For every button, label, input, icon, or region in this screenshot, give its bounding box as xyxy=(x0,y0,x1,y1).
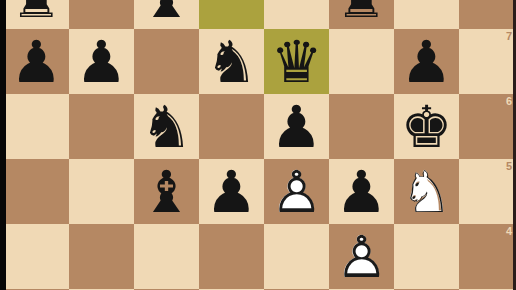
square-a7[interactable]: ♟ xyxy=(4,29,69,94)
black-bishop-c5[interactable]: ♝ xyxy=(134,159,199,224)
square-f7[interactable] xyxy=(329,29,394,94)
square-h6[interactable]: 6 xyxy=(459,94,516,159)
square-g6[interactable]: ♚ xyxy=(394,94,459,159)
square-g7[interactable]: ♟ xyxy=(394,29,459,94)
square-d8[interactable] xyxy=(199,0,264,29)
black-knight-c6[interactable]: ♞ xyxy=(134,94,199,159)
square-f4[interactable]: ♟♙ xyxy=(329,224,394,289)
square-h5[interactable]: 5 xyxy=(459,159,516,224)
square-b8[interactable] xyxy=(69,0,134,29)
square-a8[interactable]: ♜ xyxy=(4,0,69,29)
black-knight-glyph: ♞ xyxy=(199,29,264,94)
rank-label-5: 5 xyxy=(506,160,512,172)
square-g4[interactable] xyxy=(394,224,459,289)
chessboard[interactable]: ♜♝♜♟♟♞♛♟7♞♟♚6♝♟♟♙♟♞♘5♟♙4 xyxy=(4,0,516,290)
rank-label-4: 4 xyxy=(506,225,512,237)
black-pawn-d5[interactable]: ♟ xyxy=(199,159,264,224)
square-d4[interactable] xyxy=(199,224,264,289)
square-e7[interactable]: ♛ xyxy=(264,29,329,94)
black-bishop-c8[interactable]: ♝ xyxy=(134,0,199,29)
black-knight-d7[interactable]: ♞ xyxy=(199,29,264,94)
black-queen-e7[interactable]: ♛ xyxy=(264,29,329,94)
white-pawn-f4[interactable]: ♟♙ xyxy=(329,224,394,289)
black-pawn-a7[interactable]: ♟ xyxy=(4,29,69,94)
black-queen-glyph: ♛ xyxy=(264,29,329,94)
black-pawn-b7[interactable]: ♟ xyxy=(69,29,134,94)
square-d6[interactable] xyxy=(199,94,264,159)
square-c6[interactable]: ♞ xyxy=(134,94,199,159)
black-pawn-g7[interactable]: ♟ xyxy=(394,29,459,94)
black-rook-f8[interactable]: ♜ xyxy=(329,0,394,29)
black-bishop-glyph: ♝ xyxy=(134,0,199,29)
white-pawn-glyph-outline: ♙ xyxy=(264,159,329,224)
black-bishop-glyph: ♝ xyxy=(134,159,199,224)
black-pawn-e6[interactable]: ♟ xyxy=(264,94,329,159)
white-pawn-glyph-outline: ♙ xyxy=(329,224,394,289)
square-c4[interactable] xyxy=(134,224,199,289)
square-f5[interactable]: ♟ xyxy=(329,159,394,224)
square-h8[interactable] xyxy=(459,0,516,29)
square-c7[interactable] xyxy=(134,29,199,94)
square-h4[interactable]: 4 xyxy=(459,224,516,289)
square-g8[interactable] xyxy=(394,0,459,29)
black-knight-glyph: ♞ xyxy=(134,94,199,159)
black-rook-glyph: ♜ xyxy=(329,0,394,29)
square-d7[interactable]: ♞ xyxy=(199,29,264,94)
square-c5[interactable]: ♝ xyxy=(134,159,199,224)
square-b4[interactable] xyxy=(69,224,134,289)
square-d5[interactable]: ♟ xyxy=(199,159,264,224)
black-pawn-glyph: ♟ xyxy=(69,29,134,94)
square-f6[interactable] xyxy=(329,94,394,159)
square-a4[interactable] xyxy=(4,224,69,289)
black-pawn-f5[interactable]: ♟ xyxy=(329,159,394,224)
square-e4[interactable] xyxy=(264,224,329,289)
square-b7[interactable]: ♟ xyxy=(69,29,134,94)
square-h7[interactable]: 7 xyxy=(459,29,516,94)
square-g5[interactable]: ♞♘ xyxy=(394,159,459,224)
rank-label-6: 6 xyxy=(506,95,512,107)
black-king-glyph: ♚ xyxy=(394,94,459,159)
black-pawn-glyph: ♟ xyxy=(394,29,459,94)
chess-app-viewport: ♜♝♜♟♟♞♛♟7♞♟♚6♝♟♟♙♟♞♘5♟♙4 xyxy=(0,0,516,290)
black-pawn-glyph: ♟ xyxy=(199,159,264,224)
square-b6[interactable] xyxy=(69,94,134,159)
white-knight-g5[interactable]: ♞♘ xyxy=(394,159,459,224)
square-e8[interactable] xyxy=(264,0,329,29)
black-pawn-glyph: ♟ xyxy=(4,29,69,94)
black-pawn-glyph: ♟ xyxy=(264,94,329,159)
black-rook-glyph: ♜ xyxy=(4,0,69,29)
white-knight-glyph-outline: ♘ xyxy=(394,159,459,224)
black-king-g6[interactable]: ♚ xyxy=(394,94,459,159)
square-c8[interactable]: ♝ xyxy=(134,0,199,29)
square-a6[interactable] xyxy=(4,94,69,159)
square-e5[interactable]: ♟♙ xyxy=(264,159,329,224)
square-b5[interactable] xyxy=(69,159,134,224)
square-f8[interactable]: ♜ xyxy=(329,0,394,29)
square-e6[interactable]: ♟ xyxy=(264,94,329,159)
rank-label-7: 7 xyxy=(506,30,512,42)
square-a5[interactable] xyxy=(4,159,69,224)
black-pawn-glyph: ♟ xyxy=(329,159,394,224)
left-edge-strip xyxy=(0,0,6,290)
black-rook-a8[interactable]: ♜ xyxy=(4,0,69,29)
white-pawn-e5[interactable]: ♟♙ xyxy=(264,159,329,224)
